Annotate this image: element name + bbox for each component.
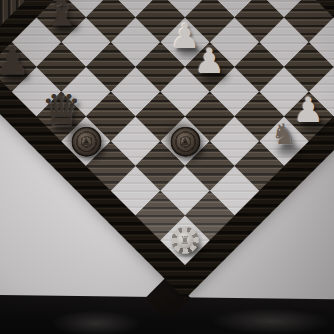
pawn-icon: ♟ [194,43,224,77]
white-pawn-e4: ♟ [192,50,227,85]
pawn-icon: ♟ [170,126,200,156]
pawn-icon: ♟ [293,92,323,126]
black-pawn-topview: ♟ [170,126,200,156]
square-e4: ♟ [185,42,234,91]
black-knight-e1: ♞ [266,124,301,159]
pawn-icon: ♟ [71,126,101,156]
pawn-icon: ♟ [0,41,29,79]
white-rook-topview: ♜ [172,227,199,254]
square-e1: ♞ [259,116,308,165]
square-c3: ♟ [160,116,209,165]
square-a5: ♟ [61,116,110,165]
bishop-icon: ♝ [42,0,80,32]
black-bishop-c8: ♝ [44,0,79,35]
floor-smudge [211,308,331,334]
white-rook-a1: ♜ [167,223,202,258]
knight-icon: ♞ [271,120,297,149]
chessboard-photo: ♟♟♟♞♝♟♟♛♟♜ [0,0,334,334]
floor-smudge [51,310,141,334]
black-pawn-topview: ♟ [71,126,101,156]
black-pawn-c3: ♟ [168,124,203,159]
black-pawn-a5: ♟ [69,124,104,159]
square-a1: ♜ [160,215,209,264]
rook-icon: ♜ [172,227,199,254]
black-pawn-a8: ♟ [0,49,29,84]
